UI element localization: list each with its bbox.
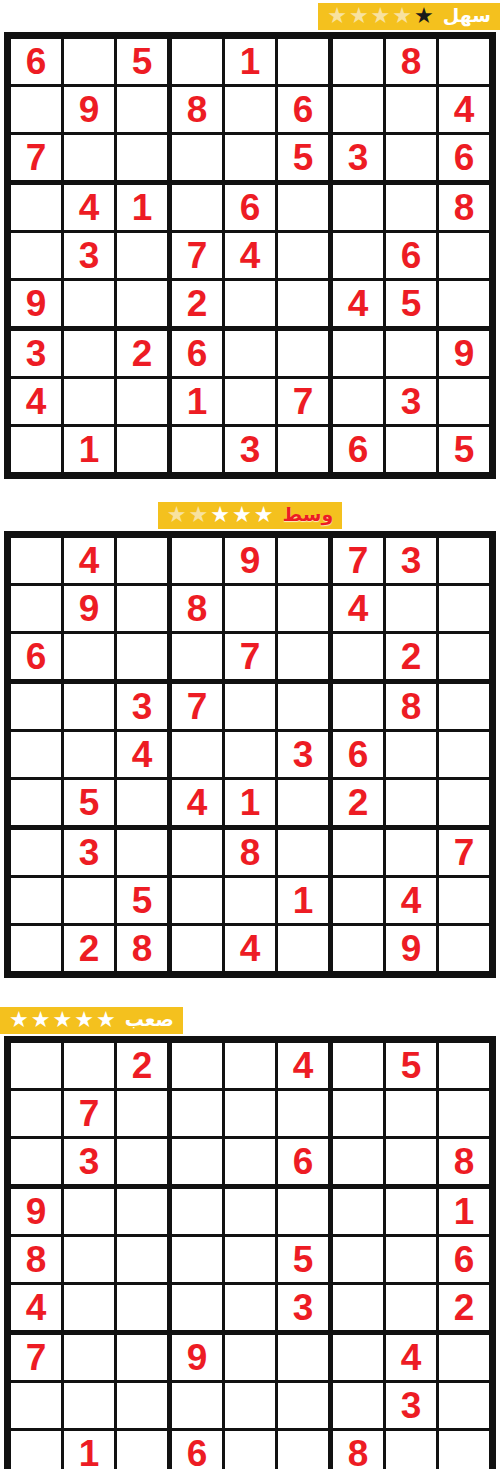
sudoku-cell[interactable]: 8 [439, 1139, 489, 1184]
sudoku-cell[interactable] [225, 1335, 275, 1380]
sudoku-cell[interactable] [439, 233, 489, 278]
sudoku-box: 6597 [11, 39, 167, 180]
sudoku-cell[interactable]: 2 [117, 1043, 167, 1088]
difficulty-label-text: سهل [443, 6, 491, 25]
sudoku-cell[interactable]: 3 [64, 830, 114, 875]
difficulty-label-text: صعب [125, 1010, 174, 1029]
star-icon: ★ [167, 504, 187, 526]
sudoku-cell[interactable] [439, 39, 489, 84]
sudoku-cell[interactable]: 3 [225, 427, 275, 472]
sudoku-cell[interactable] [439, 1091, 489, 1136]
sudoku-cell[interactable] [117, 1285, 167, 1330]
sudoku-box: 162 [333, 1189, 489, 1330]
sudoku-cell[interactable]: 6 [11, 634, 61, 679]
sudoku-cell[interactable] [278, 586, 328, 631]
sudoku-cell[interactable] [64, 1237, 114, 1282]
sudoku-cell[interactable]: 1 [64, 1431, 114, 1469]
sudoku-cell[interactable] [64, 281, 114, 326]
sudoku-cell[interactable] [117, 1431, 167, 1469]
sudoku-cell[interactable]: 6 [386, 233, 436, 278]
sudoku-cell[interactable] [225, 878, 275, 923]
sudoku-page: ★★★★★ سهل 659718658436413967428645324161… [0, 0, 500, 1469]
sudoku-cell[interactable] [278, 185, 328, 230]
sudoku-board-medium: 496987734234573418623528814749 [4, 531, 496, 978]
sudoku-cell[interactable]: 7 [439, 830, 489, 875]
sudoku-cell[interactable] [278, 281, 328, 326]
sudoku-cell[interactable] [172, 135, 222, 180]
sudoku-box: 7341 [172, 684, 328, 825]
sudoku-cell[interactable] [11, 427, 61, 472]
sudoku-cell[interactable] [64, 1335, 114, 1380]
sudoku-cell[interactable]: 9 [172, 1335, 222, 1380]
sudoku-cell[interactable] [225, 281, 275, 326]
sudoku-cell[interactable]: 4 [225, 233, 275, 278]
sudoku-box: 814 [172, 830, 328, 971]
sudoku-box: 345 [11, 684, 167, 825]
sudoku-cell[interactable] [225, 1091, 275, 1136]
sudoku-cell[interactable] [117, 1189, 167, 1234]
sudoku-cell[interactable]: 2 [64, 926, 114, 971]
sudoku-cell[interactable] [117, 1091, 167, 1136]
sudoku-cell[interactable] [386, 586, 436, 631]
sudoku-cell[interactable] [11, 87, 61, 132]
sudoku-cell[interactable]: 7 [64, 1091, 114, 1136]
sudoku-box: 3528 [11, 830, 167, 971]
sudoku-cell[interactable] [439, 926, 489, 971]
sudoku-cell[interactable] [278, 538, 328, 583]
sudoku-cell[interactable] [333, 39, 383, 84]
sudoku-cell[interactable] [117, 1383, 167, 1428]
sudoku-box: 8436 [333, 39, 489, 180]
sudoku-cell[interactable] [11, 185, 61, 230]
sudoku-cell[interactable]: 9 [11, 281, 61, 326]
sudoku-cell[interactable] [386, 1237, 436, 1282]
sudoku-cell[interactable] [278, 1189, 328, 1234]
sudoku-cell[interactable] [117, 538, 167, 583]
sudoku-cell[interactable] [172, 634, 222, 679]
sudoku-cell[interactable]: 1 [117, 185, 167, 230]
sudoku-box: 438 [333, 1335, 489, 1469]
sudoku-cell[interactable]: 4 [225, 926, 275, 971]
sudoku-cell[interactable]: 6 [225, 185, 275, 230]
sudoku-cell[interactable] [278, 39, 328, 84]
sudoku-cell[interactable] [278, 1431, 328, 1469]
sudoku-cell[interactable] [64, 1285, 114, 1330]
sudoku-cell[interactable] [386, 1285, 436, 1330]
sudoku-cell[interactable] [333, 1383, 383, 1428]
sudoku-cell[interactable] [333, 379, 383, 424]
sudoku-cell[interactable]: 3 [386, 1383, 436, 1428]
sudoku-cell[interactable] [117, 830, 167, 875]
sudoku-cell[interactable] [64, 39, 114, 84]
star-icon: ★ [371, 5, 391, 27]
sudoku-cell[interactable] [225, 732, 275, 777]
sudoku-cell[interactable] [278, 233, 328, 278]
sudoku-cell[interactable] [333, 1043, 383, 1088]
sudoku-cell[interactable] [225, 1431, 275, 1469]
sudoku-cell[interactable] [333, 684, 383, 729]
sudoku-cell[interactable] [172, 1383, 222, 1428]
sudoku-cell[interactable] [11, 1383, 61, 1428]
sudoku-cell[interactable]: 7 [225, 634, 275, 679]
sudoku-cell[interactable]: 4 [333, 281, 383, 326]
sudoku-cell[interactable]: 8 [225, 830, 275, 875]
sudoku-cell[interactable]: 3 [64, 1139, 114, 1184]
sudoku-cell[interactable] [117, 780, 167, 825]
sudoku-box: 987 [172, 538, 328, 679]
sudoku-cell[interactable]: 4 [172, 780, 222, 825]
sudoku-cell[interactable] [439, 586, 489, 631]
sudoku-cell[interactable] [117, 135, 167, 180]
sudoku-cell[interactable] [11, 878, 61, 923]
sudoku-box: 3241 [11, 331, 167, 472]
sudoku-cell[interactable] [225, 331, 275, 376]
sudoku-cell[interactable] [117, 1335, 167, 1380]
sudoku-cell[interactable]: 9 [386, 926, 436, 971]
sudoku-cell[interactable] [64, 379, 114, 424]
sudoku-cell[interactable]: 1 [278, 878, 328, 923]
sudoku-box: 58 [333, 1043, 489, 1184]
sudoku-cell[interactable] [386, 185, 436, 230]
sudoku-cell[interactable] [64, 634, 114, 679]
sudoku-cell[interactable] [386, 1091, 436, 1136]
sudoku-cell[interactable]: 1 [172, 379, 222, 424]
sudoku-cell[interactable]: 7 [172, 684, 222, 729]
sudoku-cell[interactable] [225, 684, 275, 729]
sudoku-cell[interactable]: 5 [117, 878, 167, 923]
sudoku-cell[interactable] [225, 586, 275, 631]
sudoku-cell[interactable] [439, 538, 489, 583]
star-rating: ★★★★★ [167, 505, 274, 527]
sudoku-cell[interactable]: 5 [439, 427, 489, 472]
sudoku-cell[interactable] [172, 878, 222, 923]
sudoku-cell[interactable] [64, 684, 114, 729]
sudoku-box: 9365 [333, 331, 489, 472]
sudoku-cell[interactable] [333, 87, 383, 132]
sudoku-cell[interactable] [278, 780, 328, 825]
sudoku-cell[interactable]: 1 [225, 780, 275, 825]
sudoku-cell[interactable] [117, 1139, 167, 1184]
puzzle-medium: ★★★★★ وسط 496987734234573418623528814749 [0, 502, 500, 978]
sudoku-cell[interactable]: 6 [439, 1237, 489, 1282]
sudoku-cell[interactable]: 7 [172, 233, 222, 278]
sudoku-box: 8645 [333, 185, 489, 326]
puzzle-list: ★★★★★ سهل 659718658436413967428645324161… [0, 3, 500, 1469]
puzzle-hard: ★★★★★ صعب 2734658984531627196438 [0, 1007, 500, 1469]
sudoku-cell[interactable]: 3 [386, 538, 436, 583]
sudoku-cell[interactable]: 2 [117, 331, 167, 376]
sudoku-cell[interactable] [225, 1237, 275, 1282]
sudoku-cell[interactable] [117, 379, 167, 424]
sudoku-cell[interactable]: 6 [333, 427, 383, 472]
difficulty-label-bar: ★★★★★ صعب [0, 1007, 183, 1034]
sudoku-cell[interactable] [11, 538, 61, 583]
sudoku-cell[interactable] [333, 185, 383, 230]
sudoku-cell[interactable] [333, 1189, 383, 1234]
sudoku-cell[interactable] [278, 926, 328, 971]
sudoku-cell[interactable] [172, 1139, 222, 1184]
sudoku-cell[interactable] [11, 732, 61, 777]
sudoku-box: 46 [172, 1043, 328, 1184]
sudoku-cell[interactable]: 3 [386, 379, 436, 424]
sudoku-cell[interactable]: 5 [278, 135, 328, 180]
sudoku-cell[interactable] [333, 233, 383, 278]
star-icon: ★ [254, 504, 274, 526]
sudoku-cell[interactable]: 5 [117, 39, 167, 84]
puzzle-easy: ★★★★★ سهل 659718658436413967428645324161… [0, 3, 500, 479]
sudoku-cell[interactable] [386, 830, 436, 875]
sudoku-cell[interactable] [11, 1043, 61, 1088]
sudoku-cell[interactable] [225, 1285, 275, 1330]
star-icon: ★ [210, 504, 230, 526]
sudoku-cell[interactable]: 2 [172, 281, 222, 326]
sudoku-cell[interactable] [278, 634, 328, 679]
sudoku-cell[interactable] [11, 1139, 61, 1184]
sudoku-cell[interactable] [64, 1043, 114, 1088]
sudoku-cell[interactable] [11, 1091, 61, 1136]
sudoku-cell[interactable]: 5 [64, 780, 114, 825]
sudoku-cell[interactable] [439, 878, 489, 923]
star-icon: ★ [96, 1009, 116, 1031]
sudoku-cell[interactable]: 7 [11, 1335, 61, 1380]
sudoku-cell[interactable]: 1 [64, 427, 114, 472]
sudoku-cell[interactable] [172, 926, 222, 971]
sudoku-cell[interactable] [439, 379, 489, 424]
sudoku-cell[interactable] [439, 684, 489, 729]
sudoku-cell[interactable] [11, 1431, 61, 1469]
sudoku-cell[interactable]: 4 [278, 1043, 328, 1088]
sudoku-cell[interactable] [225, 1383, 275, 1428]
sudoku-cell[interactable]: 8 [117, 926, 167, 971]
sudoku-cell[interactable] [172, 1043, 222, 1088]
sudoku-cell[interactable]: 8 [333, 1431, 383, 1469]
sudoku-cell[interactable] [386, 732, 436, 777]
sudoku-cell[interactable]: 3 [333, 135, 383, 180]
sudoku-cell[interactable] [11, 586, 61, 631]
sudoku-cell[interactable] [439, 732, 489, 777]
sudoku-cell[interactable]: 8 [172, 586, 222, 631]
sudoku-cell[interactable] [333, 1335, 383, 1380]
sudoku-cell[interactable] [386, 331, 436, 376]
sudoku-cell[interactable]: 6 [278, 87, 328, 132]
sudoku-cell[interactable]: 9 [225, 538, 275, 583]
sudoku-cell[interactable] [225, 379, 275, 424]
sudoku-cell[interactable]: 4 [333, 586, 383, 631]
sudoku-cell[interactable]: 6 [172, 331, 222, 376]
sudoku-cell[interactable]: 9 [64, 87, 114, 132]
sudoku-cell[interactable] [333, 830, 383, 875]
sudoku-cell[interactable]: 6 [439, 135, 489, 180]
sudoku-cell[interactable] [278, 684, 328, 729]
sudoku-cell[interactable] [333, 1237, 383, 1282]
sudoku-cell[interactable]: 9 [11, 1189, 61, 1234]
sudoku-cell[interactable] [386, 1139, 436, 1184]
sudoku-cell[interactable] [439, 1431, 489, 1469]
sudoku-cell[interactable] [64, 878, 114, 923]
sudoku-cell[interactable] [117, 427, 167, 472]
sudoku-cell[interactable] [333, 878, 383, 923]
sudoku-cell[interactable] [439, 281, 489, 326]
sudoku-cell[interactable]: 7 [333, 538, 383, 583]
sudoku-cell[interactable] [172, 830, 222, 875]
sudoku-cell[interactable] [439, 634, 489, 679]
sudoku-cell[interactable]: 9 [439, 331, 489, 376]
sudoku-box: 6173 [172, 331, 328, 472]
sudoku-cell[interactable]: 4 [386, 878, 436, 923]
sudoku-cell[interactable]: 3 [278, 732, 328, 777]
sudoku-cell[interactable] [11, 830, 61, 875]
sudoku-cell[interactable]: 4 [64, 538, 114, 583]
sudoku-cell[interactable] [64, 331, 114, 376]
sudoku-cell[interactable] [117, 281, 167, 326]
star-rating: ★★★★★ [327, 6, 434, 28]
sudoku-cell[interactable] [333, 1139, 383, 1184]
sudoku-cell[interactable]: 1 [439, 1189, 489, 1234]
sudoku-cell[interactable]: 4 [11, 379, 61, 424]
sudoku-cell[interactable]: 3 [117, 684, 167, 729]
sudoku-cell[interactable]: 9 [64, 586, 114, 631]
sudoku-cell[interactable] [11, 684, 61, 729]
sudoku-cell[interactable] [11, 780, 61, 825]
sudoku-cell[interactable]: 5 [278, 1237, 328, 1282]
sudoku-cell[interactable] [439, 1335, 489, 1380]
star-rating: ★★★★★ [9, 1010, 116, 1032]
sudoku-box: 7342 [333, 538, 489, 679]
sudoku-cell[interactable] [172, 427, 222, 472]
sudoku-box: 273 [11, 1043, 167, 1184]
sudoku-cell[interactable] [225, 135, 275, 180]
sudoku-cell[interactable]: 1 [225, 39, 275, 84]
sudoku-cell[interactable] [333, 926, 383, 971]
sudoku-cell[interactable] [117, 586, 167, 631]
sudoku-cell[interactable] [439, 1383, 489, 1428]
sudoku-cell[interactable] [278, 1335, 328, 1380]
sudoku-cell[interactable] [278, 331, 328, 376]
star-icon: ★ [52, 1009, 72, 1031]
sudoku-cell[interactable] [172, 39, 222, 84]
sudoku-cell[interactable]: 2 [439, 1285, 489, 1330]
sudoku-box: 749 [333, 830, 489, 971]
sudoku-cell[interactable] [439, 780, 489, 825]
sudoku-box: 496 [11, 538, 167, 679]
sudoku-cell[interactable] [278, 1091, 328, 1136]
star-icon: ★ [392, 5, 412, 27]
sudoku-cell[interactable]: 8 [439, 185, 489, 230]
sudoku-cell[interactable] [386, 780, 436, 825]
sudoku-cell[interactable]: 2 [333, 780, 383, 825]
sudoku-cell[interactable] [386, 427, 436, 472]
sudoku-cell[interactable] [11, 926, 61, 971]
star-icon: ★ [414, 5, 434, 27]
difficulty-bar-row: ★★★★★ وسط [0, 502, 500, 529]
sudoku-cell[interactable]: 4 [64, 185, 114, 230]
sudoku-cell[interactable]: 6 [333, 732, 383, 777]
sudoku-cell[interactable] [172, 185, 222, 230]
sudoku-cell[interactable] [278, 830, 328, 875]
sudoku-cell[interactable]: 6 [11, 39, 61, 84]
sudoku-cell[interactable] [225, 1043, 275, 1088]
sudoku-cell[interactable] [172, 1091, 222, 1136]
sudoku-cell[interactable]: 2 [386, 634, 436, 679]
sudoku-cell[interactable]: 6 [172, 1431, 222, 1469]
sudoku-cell[interactable] [117, 87, 167, 132]
sudoku-cell[interactable]: 5 [386, 1043, 436, 1088]
sudoku-box: 4139 [11, 185, 167, 326]
sudoku-box: 862 [333, 684, 489, 825]
sudoku-cell[interactable]: 4 [439, 87, 489, 132]
difficulty-label-bar: ★★★★★ وسط [158, 502, 343, 529]
sudoku-cell[interactable] [386, 135, 436, 180]
difficulty-label-bar: ★★★★★ سهل [318, 3, 500, 30]
sudoku-board-easy: 659718658436413967428645324161739365 [4, 32, 496, 479]
sudoku-cell[interactable] [278, 1383, 328, 1428]
sudoku-cell[interactable] [333, 634, 383, 679]
sudoku-cell[interactable]: 3 [278, 1285, 328, 1330]
difficulty-label-text: وسط [282, 505, 333, 524]
sudoku-box: 984 [11, 1189, 167, 1330]
sudoku-cell[interactable] [278, 427, 328, 472]
sudoku-cell[interactable] [225, 1139, 275, 1184]
sudoku-box: 71 [11, 1335, 167, 1469]
sudoku-cell[interactable]: 7 [11, 135, 61, 180]
sudoku-cell[interactable] [386, 1189, 436, 1234]
difficulty-bar-row: ★★★★★ سهل [0, 3, 500, 30]
star-icon: ★ [188, 504, 208, 526]
difficulty-bar-row: ★★★★★ صعب [0, 1007, 500, 1034]
sudoku-cell[interactable] [117, 1237, 167, 1282]
sudoku-box: 96 [172, 1335, 328, 1469]
sudoku-cell[interactable]: 4 [11, 1285, 61, 1330]
sudoku-cell[interactable] [117, 634, 167, 679]
sudoku-cell[interactable]: 8 [11, 1237, 61, 1282]
sudoku-cell[interactable] [172, 538, 222, 583]
sudoku-cell[interactable] [386, 87, 436, 132]
sudoku-cell[interactable] [172, 732, 222, 777]
sudoku-board-hard: 2734658984531627196438 [4, 1036, 496, 1469]
sudoku-cell[interactable] [439, 1043, 489, 1088]
sudoku-cell[interactable] [386, 1431, 436, 1469]
sudoku-cell[interactable] [172, 1237, 222, 1282]
sudoku-cell[interactable] [172, 1285, 222, 1330]
sudoku-cell[interactable]: 4 [386, 1335, 436, 1380]
star-icon: ★ [327, 5, 347, 27]
sudoku-cell[interactable] [225, 1189, 275, 1234]
sudoku-cell[interactable] [64, 1189, 114, 1234]
sudoku-cell[interactable] [64, 732, 114, 777]
star-icon: ★ [349, 5, 369, 27]
sudoku-cell[interactable] [117, 233, 167, 278]
sudoku-cell[interactable] [225, 87, 275, 132]
sudoku-cell[interactable]: 8 [386, 39, 436, 84]
sudoku-cell[interactable] [333, 331, 383, 376]
sudoku-cell[interactable] [64, 135, 114, 180]
sudoku-box: 1865 [172, 39, 328, 180]
sudoku-cell[interactable]: 6 [278, 1139, 328, 1184]
sudoku-cell[interactable] [333, 1091, 383, 1136]
sudoku-cell[interactable] [11, 233, 61, 278]
sudoku-cell[interactable] [333, 1285, 383, 1330]
sudoku-cell[interactable]: 3 [64, 233, 114, 278]
sudoku-cell[interactable] [64, 1383, 114, 1428]
sudoku-cell[interactable]: 4 [117, 732, 167, 777]
sudoku-cell[interactable]: 5 [386, 281, 436, 326]
sudoku-cell[interactable] [172, 1189, 222, 1234]
sudoku-cell[interactable]: 3 [11, 331, 61, 376]
sudoku-box: 6742 [172, 185, 328, 326]
sudoku-cell[interactable]: 7 [278, 379, 328, 424]
sudoku-cell[interactable]: 8 [172, 87, 222, 132]
sudoku-cell[interactable]: 8 [386, 684, 436, 729]
